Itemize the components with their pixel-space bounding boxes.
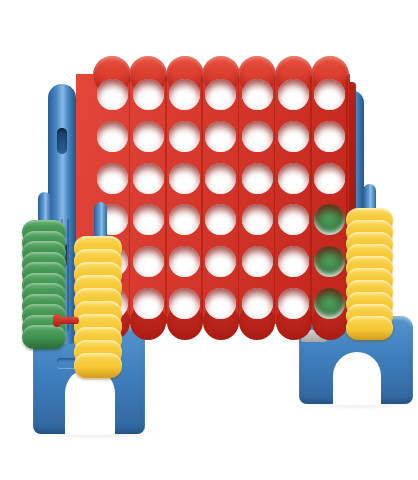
hole-r1c5: [278, 121, 309, 152]
hole-r2c6: [314, 163, 345, 194]
hole-r1c2: [169, 121, 200, 152]
green-ring: [22, 325, 66, 349]
hole-r3c6: [314, 204, 345, 235]
hole-r4c5: [278, 246, 309, 277]
hole-r3c5: [278, 204, 309, 235]
hole-grid: [94, 74, 348, 324]
hole-r0c2: [169, 79, 200, 110]
hole-r0c5: [278, 79, 309, 110]
yellow-ring: [74, 353, 122, 378]
hole-r0c4: [242, 79, 273, 110]
hole-r3c1: [133, 204, 164, 235]
hole-r5c3: [205, 288, 236, 319]
hole-r1c1: [133, 121, 164, 152]
hole-r5c4: [242, 288, 273, 319]
hole-r4c3: [205, 246, 236, 277]
hole-r1c3: [205, 121, 236, 152]
hole-r3c3: [205, 204, 236, 235]
yellow-ring: [346, 316, 393, 340]
hole-r0c1: [133, 79, 164, 110]
hole-r2c4: [242, 163, 273, 194]
hole-r2c5: [278, 163, 309, 194]
hole-r2c0: [97, 163, 128, 194]
handle-slot-icon: [57, 128, 67, 154]
hole-r1c0: [97, 121, 128, 152]
hole-r2c3: [205, 163, 236, 194]
hole-r5c5: [278, 288, 309, 319]
hole-r1c6: [314, 121, 345, 152]
hole-r3c4: [242, 204, 273, 235]
hole-r4c6: [314, 246, 345, 277]
hole-r4c1: [133, 246, 164, 277]
hole-r5c6: [314, 288, 345, 319]
hole-r0c6: [314, 79, 345, 110]
hole-r5c2: [169, 288, 200, 319]
hole-r0c0: [97, 79, 128, 110]
hole-r5c1: [133, 288, 164, 319]
hole-r3c2: [169, 204, 200, 235]
right-leg-arch: [333, 352, 381, 405]
release-lever: [57, 317, 79, 324]
left-leg-arch: [65, 368, 115, 435]
product-photo-scene: [0, 0, 418, 480]
hole-r2c1: [133, 163, 164, 194]
hole-r4c2: [169, 246, 200, 277]
hole-r4c4: [242, 246, 273, 277]
hole-r1c4: [242, 121, 273, 152]
hole-r0c3: [205, 79, 236, 110]
hole-r2c2: [169, 163, 200, 194]
